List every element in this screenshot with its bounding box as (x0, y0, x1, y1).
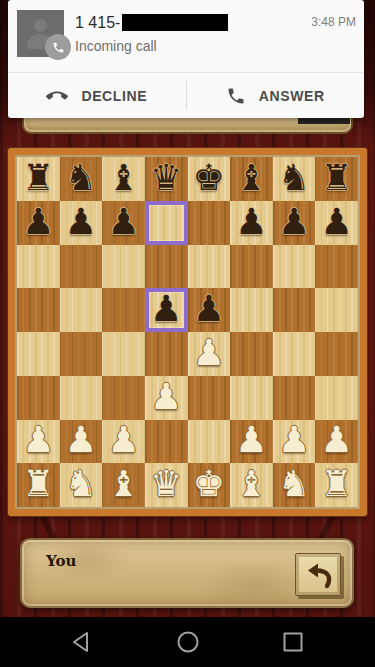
white-king: ♚ (193, 466, 225, 502)
decline-button[interactable]: DECLINE (8, 73, 186, 118)
black-rook: ♜ (321, 160, 353, 196)
black-pawn: ♟ (22, 204, 54, 240)
black-pawn: ♟ (65, 204, 97, 240)
white-pawn: ♟ (278, 422, 310, 458)
white-pawn: ♟ (107, 422, 139, 458)
square-g8[interactable]: ♞ (273, 157, 316, 201)
square-f7[interactable]: ♟ (230, 201, 273, 245)
home-button[interactable] (174, 628, 202, 656)
square-a7[interactable]: ♟ (17, 201, 60, 245)
square-a2[interactable]: ♟ (17, 420, 60, 464)
phone-icon (52, 41, 65, 54)
black-knight: ♞ (65, 160, 97, 196)
player-panel: You (20, 538, 354, 608)
square-a3[interactable] (17, 376, 60, 420)
square-h7[interactable]: ♟ (315, 201, 358, 245)
square-b4[interactable] (60, 332, 103, 376)
black-pawn: ♟ (278, 204, 310, 240)
square-d6[interactable] (145, 245, 188, 289)
notification-text: 1 415- 3:48 PM Incoming call (75, 13, 356, 54)
square-a4[interactable] (17, 332, 60, 376)
square-d7[interactable] (145, 201, 188, 245)
android-navbar (0, 617, 375, 667)
square-h2[interactable]: ♟ (315, 420, 358, 464)
square-g3[interactable] (273, 376, 316, 420)
square-d3[interactable]: ♟ (145, 376, 188, 420)
square-c1[interactable]: ♝ (102, 463, 145, 507)
square-f8[interactable]: ♝ (230, 157, 273, 201)
square-e5[interactable]: ♟ (188, 288, 231, 332)
square-c7[interactable]: ♟ (102, 201, 145, 245)
square-e8[interactable]: ♚ (188, 157, 231, 201)
black-pawn: ♟ (321, 204, 353, 240)
white-bishop: ♝ (235, 466, 267, 502)
black-pawn: ♟ (235, 204, 267, 240)
square-h1[interactable]: ♜ (315, 463, 358, 507)
black-queen: ♛ (150, 160, 182, 196)
recents-button[interactable] (279, 628, 307, 656)
square-e7[interactable] (188, 201, 231, 245)
square-e4[interactable]: ♟ (188, 332, 231, 376)
square-b1[interactable]: ♞ (60, 463, 103, 507)
answer-label: ANSWER (259, 88, 325, 104)
white-queen: ♛ (150, 466, 182, 502)
white-pawn: ♟ (65, 422, 97, 458)
square-e1[interactable]: ♚ (188, 463, 231, 507)
square-c5[interactable] (102, 288, 145, 332)
recents-square-icon (280, 629, 306, 655)
square-f5[interactable] (230, 288, 273, 332)
square-g4[interactable] (273, 332, 316, 376)
incoming-call-notification[interactable]: 1 415- 3:48 PM Incoming call DECLINE (8, 0, 364, 118)
black-bishop: ♝ (235, 160, 267, 196)
black-pawn: ♟ (193, 291, 225, 327)
square-f6[interactable] (230, 245, 273, 289)
chess-board: ♜♞♝♛♚♝♞♜♟♟♟♟♟♟♟♟♟♟♟♟♟♟♟♟♜♞♝♛♚♝♞♜ (8, 148, 367, 516)
square-h3[interactable] (315, 376, 358, 420)
square-g6[interactable] (273, 245, 316, 289)
square-e2[interactable] (188, 420, 231, 464)
square-d8[interactable]: ♛ (145, 157, 188, 201)
caller-avatar (17, 10, 64, 57)
square-f1[interactable]: ♝ (230, 463, 273, 507)
square-h8[interactable]: ♜ (315, 157, 358, 201)
black-knight: ♞ (278, 160, 310, 196)
square-a5[interactable] (17, 288, 60, 332)
white-pawn: ♟ (150, 379, 182, 415)
square-e6[interactable] (188, 245, 231, 289)
redacted-number (122, 14, 228, 31)
square-b7[interactable]: ♟ (60, 201, 103, 245)
square-c2[interactable]: ♟ (102, 420, 145, 464)
white-pawn: ♟ (235, 422, 267, 458)
square-c6[interactable] (102, 245, 145, 289)
white-pawn: ♟ (193, 335, 225, 371)
square-f2[interactable]: ♟ (230, 420, 273, 464)
white-rook: ♜ (321, 466, 353, 502)
phone-icon (226, 86, 246, 106)
square-b3[interactable] (60, 376, 103, 420)
white-bishop: ♝ (107, 466, 139, 502)
caller-number: 1 415- (75, 13, 120, 32)
black-king: ♚ (193, 160, 225, 196)
undo-button[interactable] (295, 553, 341, 596)
white-rook: ♜ (22, 466, 54, 502)
square-a1[interactable]: ♜ (17, 463, 60, 507)
square-f3[interactable] (230, 376, 273, 420)
white-pawn: ♟ (321, 422, 353, 458)
black-pawn: ♟ (150, 291, 182, 327)
square-b2[interactable]: ♟ (60, 420, 103, 464)
board-grid: ♜♞♝♛♚♝♞♜♟♟♟♟♟♟♟♟♟♟♟♟♟♟♟♟♜♞♝♛♚♝♞♜ (17, 157, 358, 507)
phone-screen: 1 415- 3:48 PM Incoming call DECLINE (0, 0, 375, 667)
back-button[interactable] (68, 628, 96, 656)
square-c8[interactable]: ♝ (102, 157, 145, 201)
call-badge (45, 34, 71, 60)
notification-actions: DECLINE ANSWER (8, 72, 364, 118)
avatar-person-icon (34, 19, 47, 32)
square-d2[interactable] (145, 420, 188, 464)
square-h6[interactable] (315, 245, 358, 289)
black-pawn: ♟ (107, 204, 139, 240)
answer-button[interactable]: ANSWER (187, 73, 365, 118)
square-g1[interactable]: ♞ (273, 463, 316, 507)
square-d1[interactable]: ♛ (145, 463, 188, 507)
notification-body: 1 415- 3:48 PM Incoming call (8, 0, 364, 72)
square-g5[interactable] (273, 288, 316, 332)
black-rook: ♜ (22, 160, 54, 196)
square-a8[interactable]: ♜ (17, 157, 60, 201)
square-c3[interactable] (102, 376, 145, 420)
square-g2[interactable]: ♟ (273, 420, 316, 464)
call-status-label: Incoming call (75, 38, 356, 54)
square-b8[interactable]: ♞ (60, 157, 103, 201)
square-a6[interactable] (17, 245, 60, 289)
square-f4[interactable] (230, 332, 273, 376)
home-circle-icon (175, 629, 201, 655)
square-h5[interactable] (315, 288, 358, 332)
square-b5[interactable] (60, 288, 103, 332)
square-g7[interactable]: ♟ (273, 201, 316, 245)
undo-arrow-icon (302, 561, 334, 589)
square-b6[interactable] (60, 245, 103, 289)
white-pawn: ♟ (22, 422, 54, 458)
square-d5[interactable]: ♟ (145, 288, 188, 332)
opponent-panel-dark-element (298, 117, 350, 124)
square-d4[interactable] (145, 332, 188, 376)
back-triangle-icon (69, 629, 95, 655)
notification-time: 3:48 PM (311, 13, 356, 29)
black-bishop: ♝ (107, 160, 139, 196)
decline-label: DECLINE (81, 88, 147, 104)
square-c4[interactable] (102, 332, 145, 376)
player-name-label: You (46, 552, 76, 570)
call-end-icon (46, 85, 68, 107)
square-h4[interactable] (315, 332, 358, 376)
square-e3[interactable] (188, 376, 231, 420)
white-knight: ♞ (278, 466, 310, 502)
white-knight: ♞ (65, 466, 97, 502)
